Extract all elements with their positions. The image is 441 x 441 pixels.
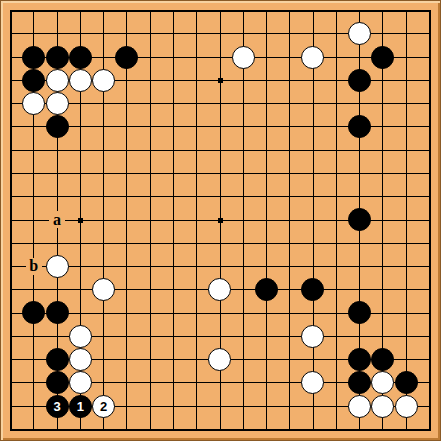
- black-stone: [46, 348, 69, 371]
- black-stone-move-3: 3: [46, 395, 69, 418]
- board-point-3-16: [45, 348, 68, 371]
- white-stone: [69, 371, 92, 394]
- black-stone: [46, 301, 69, 324]
- board-point-4-18: 1: [69, 394, 92, 417]
- black-stone: [348, 208, 371, 231]
- point-label-a: a: [49, 211, 65, 228]
- board-point-4-17: [69, 371, 92, 394]
- white-stone: [46, 69, 69, 92]
- board-point-16-6: [348, 115, 371, 138]
- board-point-14-15: [301, 325, 324, 348]
- white-stone: [46, 92, 69, 115]
- board-point-17-3: [371, 45, 394, 68]
- board-point-10-16: [208, 348, 231, 371]
- black-stone: [255, 278, 278, 301]
- white-stone: [208, 348, 231, 371]
- board-point-2-5: [22, 92, 45, 115]
- board-point-14-17: [301, 371, 324, 394]
- black-stone: [22, 69, 45, 92]
- board-point-16-4: [348, 69, 371, 92]
- black-stone: [371, 46, 394, 69]
- board-point-3-10: a: [45, 208, 68, 231]
- point-label-b: b: [26, 258, 42, 275]
- black-stone: [348, 301, 371, 324]
- white-stone: [208, 278, 231, 301]
- black-stone: [22, 46, 45, 69]
- board-point-12-13: [255, 278, 278, 301]
- white-stone: [348, 395, 371, 418]
- white-stone: [371, 371, 394, 394]
- board-point-18-17: [394, 371, 417, 394]
- black-stone: [46, 371, 69, 394]
- board-point-3-6: [45, 115, 68, 138]
- board-point-4-4: [69, 69, 92, 92]
- black-stone: [301, 278, 324, 301]
- board-point-3-4: [45, 69, 68, 92]
- black-stone-move-1: 1: [69, 395, 92, 418]
- black-stone: [348, 115, 371, 138]
- white-stone: [371, 395, 394, 418]
- go-diagram: ab312: [0, 0, 441, 441]
- white-stone: [92, 69, 115, 92]
- board-point-16-10: [348, 208, 371, 231]
- white-stone: [301, 325, 324, 348]
- white-stone: [46, 255, 69, 278]
- black-stone: [348, 371, 371, 394]
- board-point-5-18: 2: [92, 394, 115, 417]
- board-point-17-16: [371, 348, 394, 371]
- board-point-3-14: [45, 301, 68, 324]
- white-stone: [92, 278, 115, 301]
- board-point-16-14: [348, 301, 371, 324]
- white-stone: [22, 92, 45, 115]
- black-stone: [395, 371, 418, 394]
- board-point-14-13: [301, 278, 324, 301]
- board-point-4-3: [69, 45, 92, 68]
- white-stone: [395, 395, 418, 418]
- black-stone: [348, 69, 371, 92]
- board-point-2-12: b: [22, 255, 45, 278]
- board-point-3-18: 3: [45, 394, 68, 417]
- board-point-16-18: [348, 394, 371, 417]
- board-point-16-2: [348, 22, 371, 45]
- board-point-5-4: [92, 69, 115, 92]
- white-stone: [301, 46, 324, 69]
- board-point-2-3: [22, 45, 45, 68]
- board-point-4-15: [69, 325, 92, 348]
- board-point-16-16: [348, 348, 371, 371]
- board-point-3-5: [45, 92, 68, 115]
- board-point-14-3: [301, 45, 324, 68]
- board-point-2-14: [22, 301, 45, 324]
- board-point-16-17: [348, 371, 371, 394]
- board-point-3-3: [45, 45, 68, 68]
- board-point-3-17: [45, 371, 68, 394]
- board-point-4-16: [69, 348, 92, 371]
- black-stone: [115, 46, 138, 69]
- black-stone: [69, 46, 92, 69]
- board-point-11-3: [232, 45, 255, 68]
- white-stone: [69, 69, 92, 92]
- white-stone: [348, 22, 371, 45]
- black-stone: [22, 301, 45, 324]
- white-stone-move-2: 2: [92, 395, 115, 418]
- black-stone: [371, 348, 394, 371]
- black-stone: [348, 348, 371, 371]
- stones-grid: ab312: [0, 0, 441, 441]
- board-point-17-17: [371, 371, 394, 394]
- board-point-3-12: [45, 255, 68, 278]
- board-point-18-18: [394, 394, 417, 417]
- board-point-2-4: [22, 69, 45, 92]
- white-stone: [69, 348, 92, 371]
- white-stone: [301, 371, 324, 394]
- white-stone: [69, 325, 92, 348]
- black-stone: [46, 46, 69, 69]
- board-point-10-13: [208, 278, 231, 301]
- board-point-17-18: [371, 394, 394, 417]
- board-point-6-3: [115, 45, 138, 68]
- white-stone: [232, 46, 255, 69]
- board-point-5-13: [92, 278, 115, 301]
- black-stone: [46, 115, 69, 138]
